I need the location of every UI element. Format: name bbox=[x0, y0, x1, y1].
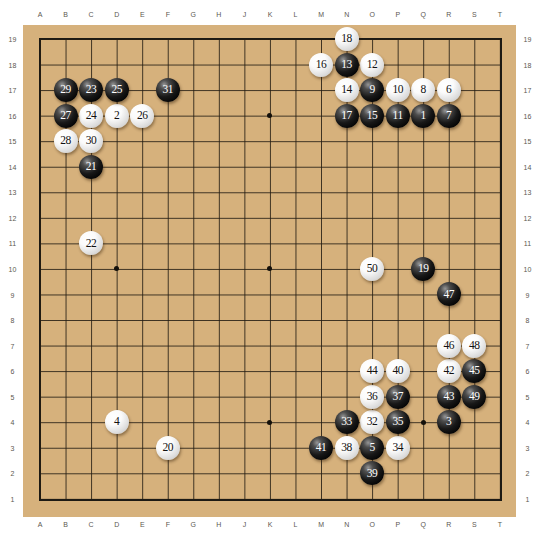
stone-number: 40 bbox=[392, 365, 403, 377]
stone-black-21: 21 bbox=[79, 155, 103, 179]
stone-number: 22 bbox=[86, 238, 97, 250]
coord-label: S bbox=[472, 521, 477, 528]
coord-label: Q bbox=[421, 521, 426, 528]
stone-number: 1 bbox=[421, 110, 426, 122]
stone-black-15: 15 bbox=[360, 104, 384, 128]
stone-number: 21 bbox=[86, 161, 97, 173]
coord-label: 2 bbox=[526, 470, 530, 477]
stone-number: 36 bbox=[367, 391, 378, 403]
stone-number: 27 bbox=[60, 110, 71, 122]
stone-white-42: 42 bbox=[437, 359, 461, 383]
stone-number: 26 bbox=[137, 110, 148, 122]
coord-label: 18 bbox=[524, 61, 532, 68]
coord-label: 9 bbox=[11, 291, 15, 298]
stone-white-2: 2 bbox=[105, 104, 129, 128]
stone-number: 44 bbox=[367, 365, 378, 377]
stone-black-5: 5 bbox=[360, 436, 384, 460]
stone-number: 49 bbox=[469, 391, 480, 403]
stone-number: 41 bbox=[316, 442, 327, 454]
stone-number: 23 bbox=[86, 84, 97, 96]
stone-black-39: 39 bbox=[360, 461, 384, 485]
coord-label: 14 bbox=[524, 163, 532, 170]
star-point bbox=[421, 420, 426, 425]
stone-number: 31 bbox=[162, 84, 173, 96]
stone-number: 2 bbox=[114, 110, 119, 122]
coord-label: 6 bbox=[11, 368, 15, 375]
coord-label: 2 bbox=[11, 470, 15, 477]
coord-label: 15 bbox=[524, 138, 532, 145]
coord-label: 17 bbox=[524, 87, 532, 94]
star-point bbox=[114, 266, 119, 271]
stone-number: 33 bbox=[341, 416, 352, 428]
coord-label: G bbox=[191, 11, 196, 18]
coord-label: 13 bbox=[524, 189, 532, 196]
coord-label: 13 bbox=[9, 189, 17, 196]
stone-black-49: 49 bbox=[462, 385, 486, 409]
go-diagram-page: 1234567891011121314151617181920212223242… bbox=[0, 0, 540, 540]
stone-black-35: 35 bbox=[386, 410, 410, 434]
stone-black-33: 33 bbox=[335, 410, 359, 434]
coord-label: P bbox=[395, 521, 400, 528]
coord-label: T bbox=[498, 521, 502, 528]
coord-label: M bbox=[318, 521, 324, 528]
coord-label: H bbox=[216, 11, 221, 18]
stone-white-4: 4 bbox=[105, 410, 129, 434]
coord-label: B bbox=[63, 521, 68, 528]
stone-number: 45 bbox=[469, 365, 480, 377]
stone-white-18: 18 bbox=[335, 27, 359, 51]
coord-label: 1 bbox=[526, 496, 530, 503]
stone-number: 24 bbox=[86, 110, 97, 122]
coord-label: 3 bbox=[11, 444, 15, 451]
stone-number: 13 bbox=[341, 59, 352, 71]
coord-label: 7 bbox=[526, 342, 530, 349]
coord-label: S bbox=[472, 11, 477, 18]
stone-white-44: 44 bbox=[360, 359, 384, 383]
coord-label: E bbox=[140, 11, 145, 18]
stone-black-17: 17 bbox=[335, 104, 359, 128]
star-point bbox=[267, 420, 272, 425]
stone-number: 43 bbox=[443, 391, 454, 403]
coord-label: F bbox=[166, 521, 170, 528]
stone-number: 20 bbox=[162, 442, 173, 454]
coord-label: K bbox=[268, 521, 273, 528]
stone-number: 16 bbox=[316, 59, 327, 71]
stone-white-28: 28 bbox=[54, 129, 78, 153]
stone-number: 39 bbox=[367, 468, 378, 480]
coord-label: 12 bbox=[9, 214, 17, 221]
coord-label: 4 bbox=[526, 419, 530, 426]
stone-black-13: 13 bbox=[335, 53, 359, 77]
star-point bbox=[267, 266, 272, 271]
stone-number: 42 bbox=[443, 365, 454, 377]
coord-label: 14 bbox=[9, 163, 17, 170]
stone-black-7: 7 bbox=[437, 104, 461, 128]
stone-white-32: 32 bbox=[360, 410, 384, 434]
stone-number: 38 bbox=[341, 442, 352, 454]
stone-black-1: 1 bbox=[411, 104, 435, 128]
stone-white-38: 38 bbox=[335, 436, 359, 460]
stone-black-31: 31 bbox=[156, 78, 180, 102]
stone-white-16: 16 bbox=[309, 53, 333, 77]
coord-label: 8 bbox=[11, 317, 15, 324]
coord-label: N bbox=[344, 11, 349, 18]
coord-label: 4 bbox=[11, 419, 15, 426]
board-grid: 1234567891011121314151617181920212223242… bbox=[27, 26, 512, 511]
coord-label: M bbox=[318, 11, 324, 18]
stone-number: 3 bbox=[446, 416, 451, 428]
star-point bbox=[267, 113, 272, 118]
stone-white-12: 12 bbox=[360, 53, 384, 77]
stone-number: 11 bbox=[393, 110, 403, 122]
stone-black-23: 23 bbox=[79, 78, 103, 102]
stone-white-48: 48 bbox=[462, 334, 486, 358]
coord-label: E bbox=[140, 521, 145, 528]
stone-white-50: 50 bbox=[360, 257, 384, 281]
stone-number: 17 bbox=[341, 110, 352, 122]
coord-label: 5 bbox=[526, 393, 530, 400]
stone-white-22: 22 bbox=[79, 231, 103, 255]
coord-label: 10 bbox=[9, 266, 17, 273]
coord-label: 16 bbox=[9, 112, 17, 119]
stone-number: 12 bbox=[367, 59, 378, 71]
stone-black-9: 9 bbox=[360, 78, 384, 102]
coord-label: 11 bbox=[524, 240, 531, 247]
stone-number: 7 bbox=[446, 110, 451, 122]
coord-label: 3 bbox=[526, 444, 530, 451]
coord-label: O bbox=[369, 11, 374, 18]
stone-number: 8 bbox=[421, 84, 426, 96]
coord-label: 18 bbox=[9, 61, 17, 68]
coord-label: F bbox=[166, 11, 170, 18]
stone-number: 14 bbox=[341, 84, 352, 96]
stone-white-6: 6 bbox=[437, 78, 461, 102]
coord-label: J bbox=[243, 521, 247, 528]
stone-number: 37 bbox=[392, 391, 403, 403]
stone-white-14: 14 bbox=[335, 78, 359, 102]
stone-black-47: 47 bbox=[437, 282, 461, 306]
coord-label: 1 bbox=[11, 496, 15, 503]
stone-number: 28 bbox=[60, 135, 71, 147]
stone-number: 50 bbox=[367, 263, 378, 275]
stone-black-29: 29 bbox=[54, 78, 78, 102]
coord-label: L bbox=[294, 521, 298, 528]
coord-label: 8 bbox=[526, 317, 530, 324]
coord-label: 16 bbox=[524, 112, 532, 119]
stone-number: 9 bbox=[369, 84, 374, 96]
coord-label: N bbox=[344, 521, 349, 528]
coord-label: L bbox=[294, 11, 298, 18]
coord-label: C bbox=[89, 11, 94, 18]
stone-number: 25 bbox=[111, 84, 122, 96]
stone-black-11: 11 bbox=[386, 104, 410, 128]
coord-label: 9 bbox=[526, 291, 530, 298]
coord-label: G bbox=[191, 521, 196, 528]
stone-black-3: 3 bbox=[437, 410, 461, 434]
stone-number: 48 bbox=[469, 340, 480, 352]
coord-label: D bbox=[114, 521, 119, 528]
stone-number: 19 bbox=[418, 263, 429, 275]
stone-black-19: 19 bbox=[411, 257, 435, 281]
stone-white-10: 10 bbox=[386, 78, 410, 102]
stone-number: 6 bbox=[446, 84, 451, 96]
coord-label: O bbox=[369, 521, 374, 528]
coord-label: A bbox=[38, 521, 43, 528]
coord-label: D bbox=[114, 11, 119, 18]
stone-black-45: 45 bbox=[462, 359, 486, 383]
coord-label: A bbox=[38, 11, 43, 18]
stone-number: 10 bbox=[392, 84, 403, 96]
stone-white-8: 8 bbox=[411, 78, 435, 102]
stone-number: 15 bbox=[367, 110, 378, 122]
stone-number: 30 bbox=[86, 135, 97, 147]
stone-black-37: 37 bbox=[386, 385, 410, 409]
coord-label: J bbox=[243, 11, 247, 18]
coord-label: K bbox=[268, 11, 273, 18]
stone-white-46: 46 bbox=[437, 334, 461, 358]
coord-label: 15 bbox=[9, 138, 17, 145]
stone-number: 47 bbox=[443, 289, 454, 301]
coord-label: C bbox=[89, 521, 94, 528]
stone-black-43: 43 bbox=[437, 385, 461, 409]
coord-label: 11 bbox=[9, 240, 16, 247]
coord-label: 12 bbox=[524, 214, 532, 221]
stone-number: 4 bbox=[114, 416, 119, 428]
coord-label: P bbox=[395, 11, 400, 18]
goban: 1234567891011121314151617181920212223242… bbox=[23, 25, 516, 517]
stone-white-24: 24 bbox=[79, 104, 103, 128]
stone-number: 32 bbox=[367, 416, 378, 428]
stone-white-40: 40 bbox=[386, 359, 410, 383]
coord-label: 17 bbox=[9, 87, 17, 94]
coord-label: 7 bbox=[11, 342, 15, 349]
coord-label: R bbox=[446, 11, 451, 18]
coord-label: 6 bbox=[526, 368, 530, 375]
stone-white-34: 34 bbox=[386, 436, 410, 460]
coord-label: 19 bbox=[9, 36, 17, 43]
stone-number: 5 bbox=[369, 442, 374, 454]
coord-label: H bbox=[216, 521, 221, 528]
stone-black-27: 27 bbox=[54, 104, 78, 128]
coord-label: Q bbox=[421, 11, 426, 18]
stone-number: 18 bbox=[341, 33, 352, 45]
stone-black-41: 41 bbox=[309, 436, 333, 460]
coord-label: 19 bbox=[524, 36, 532, 43]
stone-number: 34 bbox=[392, 442, 403, 454]
stone-white-20: 20 bbox=[156, 436, 180, 460]
stone-white-30: 30 bbox=[79, 129, 103, 153]
stone-number: 46 bbox=[443, 340, 454, 352]
coord-label: B bbox=[63, 11, 68, 18]
stone-black-25: 25 bbox=[105, 78, 129, 102]
stone-white-36: 36 bbox=[360, 385, 384, 409]
coord-label: 5 bbox=[11, 393, 15, 400]
stone-number: 35 bbox=[392, 416, 403, 428]
stone-white-26: 26 bbox=[130, 104, 154, 128]
coord-label: 10 bbox=[524, 266, 532, 273]
stone-number: 29 bbox=[60, 84, 71, 96]
coord-label: T bbox=[498, 11, 502, 18]
coord-label: R bbox=[446, 521, 451, 528]
